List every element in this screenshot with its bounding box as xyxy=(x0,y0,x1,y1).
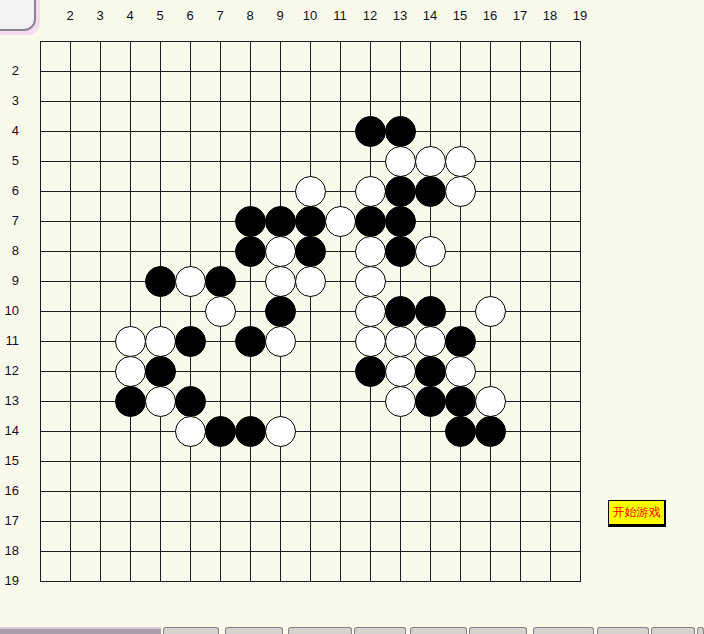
grid-cell xyxy=(40,251,70,281)
taskbar-window-edge xyxy=(0,627,161,634)
white-stone xyxy=(475,386,506,417)
white-stone xyxy=(295,266,326,297)
grid-cell xyxy=(190,101,220,131)
white-stone xyxy=(415,146,446,177)
black-stone xyxy=(145,356,176,387)
grid-cell xyxy=(370,41,400,71)
grid-cell xyxy=(460,251,490,281)
grid-cell xyxy=(130,461,160,491)
col-label-19: 19 xyxy=(565,8,595,23)
white-stone xyxy=(445,176,476,207)
grid-cell xyxy=(400,431,430,461)
grid-cell xyxy=(430,101,460,131)
grid-cell xyxy=(220,461,250,491)
grid-cell xyxy=(160,491,190,521)
col-label-4: 4 xyxy=(115,8,145,23)
grid-cell xyxy=(550,71,580,101)
row-label-3: 3 xyxy=(0,93,19,109)
grid-cell xyxy=(40,461,70,491)
grid-cell xyxy=(190,221,220,251)
grid-cell xyxy=(130,191,160,221)
col-label-14: 14 xyxy=(415,8,445,23)
row-label-12: 12 xyxy=(0,363,19,379)
white-stone xyxy=(385,356,416,387)
grid-cell xyxy=(310,341,340,371)
col-label-2: 2 xyxy=(55,8,85,23)
row-label-10: 10 xyxy=(0,303,19,319)
grid-cell xyxy=(160,101,190,131)
grid-cell xyxy=(220,71,250,101)
grid-cell xyxy=(550,371,580,401)
gomoku-app-window: 2345678910111213141516171819 23456789101… xyxy=(0,0,704,634)
white-stone xyxy=(265,266,296,297)
grid-cell xyxy=(370,71,400,101)
col-label-3: 3 xyxy=(85,8,115,23)
col-label-18: 18 xyxy=(535,8,565,23)
grid-cell xyxy=(160,191,190,221)
white-stone xyxy=(265,236,296,267)
grid-cell xyxy=(220,521,250,551)
black-stone xyxy=(445,326,476,357)
grid-cell xyxy=(100,41,130,71)
white-stone xyxy=(145,326,176,357)
black-stone xyxy=(145,266,176,297)
grid-cell xyxy=(70,521,100,551)
grid-cell xyxy=(310,431,340,461)
white-stone xyxy=(355,266,386,297)
grid-cell xyxy=(370,491,400,521)
black-stone xyxy=(295,236,326,267)
grid-cell xyxy=(130,71,160,101)
grid-cell xyxy=(520,401,550,431)
grid-cell xyxy=(70,251,100,281)
white-stone xyxy=(385,146,416,177)
grid-cell xyxy=(190,131,220,161)
grid-cell xyxy=(550,431,580,461)
white-stone xyxy=(175,266,206,297)
grid-cell xyxy=(70,341,100,371)
grid-cell xyxy=(40,281,70,311)
grid-cell xyxy=(250,521,280,551)
grid-cell xyxy=(280,461,310,491)
grid-cell xyxy=(70,461,100,491)
taskbar-button[interactable] xyxy=(225,627,283,634)
grid-cell xyxy=(520,491,550,521)
taskbar-button[interactable] xyxy=(410,627,467,634)
grid-cell xyxy=(310,491,340,521)
grid-cell xyxy=(40,521,70,551)
grid-cell xyxy=(40,311,70,341)
grid-cell xyxy=(490,461,520,491)
grid-cell xyxy=(520,521,550,551)
grid-cell xyxy=(160,161,190,191)
taskbar-button[interactable] xyxy=(469,627,527,634)
grid-cell xyxy=(190,461,220,491)
taskbar-button[interactable] xyxy=(288,627,352,634)
black-stone xyxy=(235,416,266,447)
row-label-7: 7 xyxy=(0,213,19,229)
grid-cell xyxy=(40,551,70,581)
grid-cell xyxy=(160,461,190,491)
grid-cell xyxy=(100,491,130,521)
row-label-8: 8 xyxy=(0,243,19,259)
black-stone xyxy=(235,326,266,357)
grid-cell xyxy=(430,71,460,101)
white-stone xyxy=(295,176,326,207)
grid-cell xyxy=(220,131,250,161)
black-stone xyxy=(115,386,146,417)
grid-cell xyxy=(70,101,100,131)
grid-cell xyxy=(190,491,220,521)
grid-cell xyxy=(40,71,70,101)
grid-cell xyxy=(220,371,250,401)
grid-cell xyxy=(550,221,580,251)
grid-cell xyxy=(40,161,70,191)
grid-cell xyxy=(100,71,130,101)
row-label-13: 13 xyxy=(0,393,19,409)
col-label-16: 16 xyxy=(475,8,505,23)
grid-cell xyxy=(190,521,220,551)
grid-cell xyxy=(370,521,400,551)
grid-cell xyxy=(190,41,220,71)
grid-cell xyxy=(340,551,370,581)
black-stone xyxy=(385,116,416,147)
grid-cell xyxy=(190,71,220,101)
grid-cell xyxy=(280,131,310,161)
grid-cell xyxy=(490,521,520,551)
grid-cell xyxy=(550,461,580,491)
grid-cell xyxy=(520,221,550,251)
grid-cell xyxy=(40,401,70,431)
grid-cell xyxy=(310,41,340,71)
grid-cell xyxy=(160,71,190,101)
grid-cell xyxy=(220,41,250,71)
white-stone xyxy=(355,176,386,207)
row-label-15: 15 xyxy=(0,453,19,469)
grid-cell xyxy=(160,41,190,71)
grid-cell xyxy=(550,161,580,191)
taskbar-button[interactable] xyxy=(533,627,594,634)
grid-cell xyxy=(100,191,130,221)
grid-cell xyxy=(190,191,220,221)
black-stone xyxy=(475,416,506,447)
grid-cell xyxy=(550,401,580,431)
col-label-7: 7 xyxy=(205,8,235,23)
grid-cell xyxy=(340,461,370,491)
grid-cell xyxy=(460,71,490,101)
row-label-5: 5 xyxy=(0,153,19,169)
row-label-9: 9 xyxy=(0,273,19,289)
col-label-15: 15 xyxy=(445,8,475,23)
black-stone xyxy=(415,386,446,417)
white-stone xyxy=(325,206,356,237)
grid-cell xyxy=(250,101,280,131)
grid-cell xyxy=(280,101,310,131)
grid-cell xyxy=(160,551,190,581)
black-stone xyxy=(265,296,296,327)
black-stone xyxy=(445,416,476,447)
grid-cell xyxy=(490,251,520,281)
grid-cell xyxy=(550,491,580,521)
grid-cell xyxy=(550,281,580,311)
taskbar-button[interactable] xyxy=(651,627,695,634)
grid-cell xyxy=(40,221,70,251)
row-label-2: 2 xyxy=(0,63,19,79)
grid-cell xyxy=(490,71,520,101)
grid-cell xyxy=(100,161,130,191)
row-label-4: 4 xyxy=(0,123,19,139)
grid-cell xyxy=(310,521,340,551)
grid-cell xyxy=(370,551,400,581)
black-stone xyxy=(385,236,416,267)
grid-cell xyxy=(70,491,100,521)
white-stone xyxy=(175,416,206,447)
grid-cell xyxy=(250,371,280,401)
grid-cell xyxy=(190,161,220,191)
taskbar-button[interactable] xyxy=(597,627,649,634)
white-stone xyxy=(445,356,476,387)
grid-cell xyxy=(70,41,100,71)
grid-cell xyxy=(100,521,130,551)
grid-cell xyxy=(430,521,460,551)
grid-cell xyxy=(340,71,370,101)
grid-cell xyxy=(340,431,370,461)
black-stone xyxy=(415,296,446,327)
grid-cell xyxy=(310,551,340,581)
grid-cell xyxy=(40,341,70,371)
grid-cell xyxy=(430,551,460,581)
black-stone xyxy=(355,116,386,147)
grid-cell xyxy=(460,41,490,71)
grid-cell xyxy=(520,311,550,341)
grid-cell xyxy=(280,41,310,71)
col-label-9: 9 xyxy=(265,8,295,23)
grid-cell xyxy=(130,551,160,581)
grid-cell xyxy=(100,251,130,281)
grid-cell xyxy=(370,461,400,491)
row-label-16: 16 xyxy=(0,483,19,499)
grid-cell xyxy=(130,161,160,191)
grid-cell xyxy=(70,311,100,341)
grid-cell xyxy=(520,161,550,191)
grid-cell xyxy=(250,131,280,161)
black-stone xyxy=(295,206,326,237)
grid-cell xyxy=(520,431,550,461)
grid-cell xyxy=(100,221,130,251)
white-stone xyxy=(385,326,416,357)
grid-cell xyxy=(490,191,520,221)
grid-cell xyxy=(460,521,490,551)
white-stone xyxy=(145,386,176,417)
grid-cell xyxy=(490,491,520,521)
col-label-12: 12 xyxy=(355,8,385,23)
grid-cell xyxy=(250,491,280,521)
grid-cell xyxy=(310,311,340,341)
grid-cell xyxy=(280,551,310,581)
black-stone xyxy=(415,356,446,387)
grid-cell xyxy=(160,521,190,551)
black-stone xyxy=(385,206,416,237)
grid-cell xyxy=(550,341,580,371)
grid-cell xyxy=(430,491,460,521)
start-game-button[interactable]: 开始游戏 xyxy=(608,500,666,527)
grid-cell xyxy=(430,461,460,491)
grid-cell xyxy=(250,41,280,71)
grid-cell xyxy=(460,461,490,491)
grid-cell xyxy=(40,431,70,461)
grid-cell xyxy=(340,491,370,521)
grid-cell xyxy=(550,251,580,281)
grid-cell xyxy=(460,491,490,521)
white-stone xyxy=(415,326,446,357)
grid-cell xyxy=(100,551,130,581)
grid-cell xyxy=(70,161,100,191)
row-label-18: 18 xyxy=(0,543,19,559)
taskbar-button[interactable] xyxy=(163,627,219,634)
grid-cell xyxy=(250,461,280,491)
grid-cell xyxy=(130,521,160,551)
grid-cell xyxy=(310,401,340,431)
grid-cell xyxy=(70,431,100,461)
grid-cell xyxy=(220,491,250,521)
grid-cell xyxy=(550,101,580,131)
grid-cell xyxy=(130,131,160,161)
grid-cell xyxy=(160,131,190,161)
white-stone xyxy=(415,236,446,267)
grid-cell xyxy=(520,341,550,371)
grid-cell xyxy=(400,71,430,101)
grid-cell xyxy=(130,431,160,461)
grid-cell xyxy=(100,431,130,461)
row-label-14: 14 xyxy=(0,423,19,439)
grid-cell xyxy=(130,101,160,131)
black-stone xyxy=(175,326,206,357)
grid-cell xyxy=(550,311,580,341)
grid-cell xyxy=(340,521,370,551)
grid-cell xyxy=(460,551,490,581)
taskbar-button[interactable] xyxy=(697,627,704,634)
col-label-8: 8 xyxy=(235,8,265,23)
black-stone xyxy=(445,386,476,417)
white-stone xyxy=(265,416,296,447)
grid-cell xyxy=(520,251,550,281)
col-label-10: 10 xyxy=(295,8,325,23)
grid-cell xyxy=(250,71,280,101)
grid-cell xyxy=(280,71,310,101)
grid-cell xyxy=(100,131,130,161)
black-stone xyxy=(385,176,416,207)
grid-cell xyxy=(280,491,310,521)
white-stone xyxy=(385,386,416,417)
black-stone xyxy=(205,416,236,447)
white-stone xyxy=(355,296,386,327)
grid-cell xyxy=(490,341,520,371)
row-label-17: 17 xyxy=(0,513,19,529)
grid-cell xyxy=(520,371,550,401)
grid-cell xyxy=(520,131,550,161)
grid-cell xyxy=(70,551,100,581)
white-stone xyxy=(445,146,476,177)
black-stone xyxy=(355,206,386,237)
white-stone xyxy=(475,296,506,327)
grid-cell xyxy=(490,101,520,131)
grid-cell xyxy=(130,41,160,71)
grid-cell xyxy=(520,281,550,311)
grid-cell xyxy=(130,491,160,521)
grid-cell xyxy=(40,191,70,221)
grid-cell xyxy=(70,131,100,161)
grid-cell xyxy=(40,41,70,71)
taskbar-strip xyxy=(0,627,704,634)
black-stone xyxy=(175,386,206,417)
col-label-5: 5 xyxy=(145,8,175,23)
black-stone xyxy=(205,266,236,297)
grid-cell xyxy=(220,161,250,191)
black-stone xyxy=(265,206,296,237)
grid-cell xyxy=(340,401,370,431)
grid-cell xyxy=(550,191,580,221)
row-label-11: 11 xyxy=(0,333,19,349)
grid-cell xyxy=(310,71,340,101)
white-stone xyxy=(355,236,386,267)
grid-cell xyxy=(550,131,580,161)
grid-cell xyxy=(550,551,580,581)
grid-cell xyxy=(70,191,100,221)
grid-cell xyxy=(490,41,520,71)
taskbar-button[interactable] xyxy=(354,627,406,634)
black-stone xyxy=(235,206,266,237)
white-stone xyxy=(115,356,146,387)
grid-cell xyxy=(520,461,550,491)
col-label-17: 17 xyxy=(505,8,535,23)
grid-cell xyxy=(70,401,100,431)
grid-cell xyxy=(520,101,550,131)
grid-cell xyxy=(340,41,370,71)
grid-cell xyxy=(490,161,520,191)
grid-cell xyxy=(310,131,340,161)
col-label-11: 11 xyxy=(325,8,355,23)
grid-cell xyxy=(520,551,550,581)
grid-cell xyxy=(250,161,280,191)
black-stone xyxy=(415,176,446,207)
grid-cell xyxy=(250,551,280,581)
grid-cell xyxy=(490,221,520,251)
grid-cell xyxy=(100,101,130,131)
grid-cell xyxy=(550,521,580,551)
grid-cell xyxy=(310,461,340,491)
black-stone xyxy=(235,236,266,267)
col-label-6: 6 xyxy=(175,8,205,23)
grid-cell xyxy=(280,371,310,401)
grid-cell xyxy=(100,461,130,491)
grid-cell xyxy=(400,41,430,71)
white-stone xyxy=(265,326,296,357)
grid-cell xyxy=(430,41,460,71)
grid-cell xyxy=(490,131,520,161)
col-label-13: 13 xyxy=(385,8,415,23)
grid-cell xyxy=(40,101,70,131)
grid-cell xyxy=(400,521,430,551)
grid-cell xyxy=(280,521,310,551)
grid-cell xyxy=(70,371,100,401)
grid-cell xyxy=(40,371,70,401)
grid-cell xyxy=(220,551,250,581)
grid-cell xyxy=(400,551,430,581)
grid-cell xyxy=(400,491,430,521)
grid-cell xyxy=(220,101,250,131)
window-corner-fragment xyxy=(0,0,36,31)
black-stone xyxy=(355,356,386,387)
